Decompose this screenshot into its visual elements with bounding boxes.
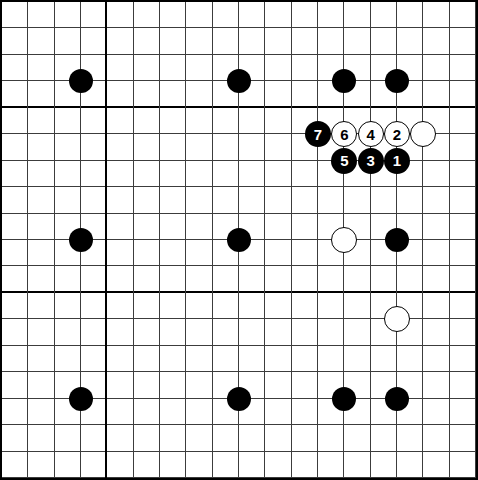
board-cell <box>423 372 449 398</box>
board-cell <box>186 55 212 81</box>
board-cell <box>423 2 449 28</box>
board-cell <box>239 161 265 187</box>
board-cell <box>423 293 449 319</box>
board-cell <box>2 134 28 160</box>
board-cell <box>28 319 54 345</box>
board-cell <box>344 293 370 319</box>
board-cell <box>423 187 449 213</box>
board-cell <box>28 81 54 107</box>
board-cell <box>186 108 212 134</box>
board-cell <box>423 81 449 107</box>
board-cell <box>160 319 186 345</box>
board-cell <box>55 266 81 292</box>
board-cell <box>134 399 160 425</box>
board-cell <box>2 319 28 345</box>
board-cell <box>423 161 449 187</box>
board-cell <box>450 346 476 372</box>
board-cell <box>28 346 54 372</box>
board-cell <box>423 240 449 266</box>
board-cell <box>81 161 107 187</box>
board-cell <box>186 161 212 187</box>
board-cell <box>2 214 28 240</box>
board-cell <box>450 240 476 266</box>
board-cell <box>2 372 28 398</box>
move-5-black-stone-o13: 5 <box>331 148 357 174</box>
board-cell <box>2 399 28 425</box>
board-cell <box>397 452 423 478</box>
white-stone-o10 <box>331 227 357 253</box>
board-cell <box>239 28 265 54</box>
board-cell <box>265 425 291 451</box>
black-stone-k16 <box>227 69 251 93</box>
board-cell <box>134 346 160 372</box>
board-cell <box>107 187 133 213</box>
board-cell <box>107 346 133 372</box>
board-cell <box>344 28 370 54</box>
board-cell <box>450 214 476 240</box>
board-cell <box>160 187 186 213</box>
board-cell <box>55 187 81 213</box>
board-cell <box>134 108 160 134</box>
board-cell <box>292 28 318 54</box>
board-cell <box>81 425 107 451</box>
move-3-black-stone-p13: 3 <box>358 148 384 174</box>
board-cell <box>265 214 291 240</box>
board-cell <box>423 266 449 292</box>
board-cell <box>2 28 28 54</box>
board-cell <box>344 452 370 478</box>
board-cell <box>371 266 397 292</box>
board-cell <box>186 399 212 425</box>
board-cell <box>160 2 186 28</box>
board-cell <box>265 372 291 398</box>
black-stone-d10 <box>69 228 93 252</box>
board-cell <box>239 266 265 292</box>
board-cell <box>292 214 318 240</box>
board-cell <box>160 108 186 134</box>
board-cell <box>28 372 54 398</box>
black-stone-q4 <box>385 387 409 411</box>
board-cell <box>450 319 476 345</box>
move-number: 3 <box>366 153 374 168</box>
board-cell <box>450 161 476 187</box>
board-cell <box>55 425 81 451</box>
board-cell <box>28 293 54 319</box>
board-cell <box>239 293 265 319</box>
board-cell <box>292 266 318 292</box>
board-cell <box>2 240 28 266</box>
move-number: 4 <box>366 127 374 142</box>
board-cell <box>423 214 449 240</box>
board-cell <box>160 55 186 81</box>
board-cell <box>239 319 265 345</box>
board-cell <box>265 28 291 54</box>
board-cell <box>450 266 476 292</box>
black-stone-k4 <box>227 387 251 411</box>
board-cell <box>160 425 186 451</box>
board-cell <box>134 187 160 213</box>
board-cell <box>213 319 239 345</box>
board-cell <box>160 240 186 266</box>
board-cell <box>450 425 476 451</box>
black-stone-o4 <box>332 387 356 411</box>
board-cell <box>318 452 344 478</box>
board-cell <box>160 134 186 160</box>
board-cell <box>186 293 212 319</box>
board-cell <box>450 55 476 81</box>
board-cell <box>186 2 212 28</box>
board-cell <box>107 452 133 478</box>
board-cell <box>134 28 160 54</box>
board-cell <box>371 425 397 451</box>
board-cell <box>213 2 239 28</box>
board-cell <box>2 108 28 134</box>
board-cell <box>397 2 423 28</box>
board-cell <box>28 2 54 28</box>
move-4-white-stone-p14: 4 <box>358 121 384 147</box>
board-cell <box>265 399 291 425</box>
board-cell <box>239 425 265 451</box>
board-cell <box>318 28 344 54</box>
board-cell <box>55 2 81 28</box>
go-board: 1234567 <box>0 0 478 480</box>
board-cell <box>423 319 449 345</box>
board-cell <box>397 266 423 292</box>
board-cell <box>318 266 344 292</box>
black-stone-q16 <box>385 69 409 93</box>
board-cell <box>239 452 265 478</box>
board-cell <box>397 346 423 372</box>
board-cell <box>292 293 318 319</box>
board-cell <box>186 81 212 107</box>
board-cell <box>107 319 133 345</box>
board-cell <box>292 55 318 81</box>
board-cell <box>134 266 160 292</box>
board-cell <box>371 346 397 372</box>
board-cell <box>239 2 265 28</box>
board-cell <box>265 108 291 134</box>
board-cell <box>265 134 291 160</box>
board-cell <box>134 81 160 107</box>
board-cell <box>81 28 107 54</box>
board-cell <box>186 240 212 266</box>
move-number: 2 <box>393 127 401 142</box>
board-cell <box>134 134 160 160</box>
board-cell <box>450 134 476 160</box>
board-cell <box>134 55 160 81</box>
board-cell <box>239 108 265 134</box>
board-cell <box>28 214 54 240</box>
black-stone-d16 <box>69 69 93 93</box>
board-cell <box>134 214 160 240</box>
board-cell <box>292 81 318 107</box>
board-cell <box>28 161 54 187</box>
board-cell <box>81 293 107 319</box>
board-cell <box>213 108 239 134</box>
board-cell <box>107 108 133 134</box>
board-cell <box>186 372 212 398</box>
board-cell <box>134 425 160 451</box>
board-cell <box>292 452 318 478</box>
board-cell <box>2 425 28 451</box>
board-cell <box>55 161 81 187</box>
board-cell <box>2 161 28 187</box>
board-cell <box>292 346 318 372</box>
board-cell <box>186 346 212 372</box>
board-cell <box>292 187 318 213</box>
board-cell <box>239 134 265 160</box>
board-cell <box>107 55 133 81</box>
board-cell <box>81 2 107 28</box>
board-cell <box>213 452 239 478</box>
board-cell <box>2 2 28 28</box>
board-cell <box>318 346 344 372</box>
board-cell <box>160 452 186 478</box>
board-cell <box>423 425 449 451</box>
board-cell <box>397 187 423 213</box>
board-cell <box>81 319 107 345</box>
board-cell <box>107 134 133 160</box>
board-cell <box>186 28 212 54</box>
board-cell <box>213 187 239 213</box>
board-cell <box>213 134 239 160</box>
board-cell <box>81 452 107 478</box>
board-cell <box>265 55 291 81</box>
board-cell <box>450 372 476 398</box>
board-cell <box>28 134 54 160</box>
board-cell <box>239 346 265 372</box>
board-cell <box>265 81 291 107</box>
board-cell <box>55 134 81 160</box>
board-cell <box>186 134 212 160</box>
board-cell <box>371 187 397 213</box>
move-number: 5 <box>340 153 348 168</box>
board-cell <box>423 399 449 425</box>
board-cell <box>107 214 133 240</box>
board-cell <box>2 346 28 372</box>
board-cell <box>371 28 397 54</box>
board-cell <box>265 266 291 292</box>
board-cell <box>213 346 239 372</box>
board-cell <box>28 266 54 292</box>
move-1-black-stone-q13: 1 <box>384 148 410 174</box>
board-cell <box>344 346 370 372</box>
black-stone-k10 <box>227 228 251 252</box>
board-cell <box>55 293 81 319</box>
board-cell <box>55 28 81 54</box>
board-cell <box>450 452 476 478</box>
board-cell <box>344 2 370 28</box>
board-cell <box>265 452 291 478</box>
board-cell <box>292 372 318 398</box>
board-cell <box>28 240 54 266</box>
board-cell <box>107 2 133 28</box>
board-cell <box>213 266 239 292</box>
board-cell <box>318 319 344 345</box>
board-cell <box>186 214 212 240</box>
board-cell <box>2 81 28 107</box>
board-cell <box>160 81 186 107</box>
board-cell <box>107 240 133 266</box>
board-cell <box>344 319 370 345</box>
board-cell <box>213 293 239 319</box>
black-stone-d4 <box>69 387 93 411</box>
board-cell <box>107 266 133 292</box>
board-cell <box>28 55 54 81</box>
board-cell <box>107 161 133 187</box>
board-cell <box>397 425 423 451</box>
board-cell <box>265 161 291 187</box>
board-cell <box>213 425 239 451</box>
move-number: 1 <box>393 153 401 168</box>
board-cell <box>292 399 318 425</box>
board-cell <box>423 28 449 54</box>
board-cell <box>2 187 28 213</box>
move-7-black-stone-n14: 7 <box>305 121 331 147</box>
board-cell <box>2 293 28 319</box>
board-cell <box>107 399 133 425</box>
board-cell <box>2 452 28 478</box>
board-cell <box>397 28 423 54</box>
board-cell <box>2 55 28 81</box>
black-stone-q10 <box>385 228 409 252</box>
white-stone-q7 <box>384 306 410 332</box>
board-cell <box>344 266 370 292</box>
board-cell <box>81 108 107 134</box>
board-cell <box>186 187 212 213</box>
board-cell <box>450 293 476 319</box>
board-cell <box>2 266 28 292</box>
board-cell <box>55 346 81 372</box>
move-number: 6 <box>340 127 348 142</box>
board-cell <box>450 108 476 134</box>
board-cell <box>134 319 160 345</box>
board-cell <box>160 372 186 398</box>
board-cell <box>134 293 160 319</box>
move-number: 7 <box>314 127 322 142</box>
board-cell <box>107 372 133 398</box>
board-cell <box>265 319 291 345</box>
board-cell <box>292 161 318 187</box>
board-cell <box>318 187 344 213</box>
board-cell <box>160 346 186 372</box>
board-cell <box>134 240 160 266</box>
board-cell <box>423 452 449 478</box>
board-cell <box>265 293 291 319</box>
board-cell <box>28 425 54 451</box>
board-cell <box>450 28 476 54</box>
board-cell <box>160 266 186 292</box>
board-cell <box>265 346 291 372</box>
board-cell <box>28 452 54 478</box>
board-cell <box>265 2 291 28</box>
board-cell <box>292 319 318 345</box>
board-cell <box>292 2 318 28</box>
board-cell <box>81 134 107 160</box>
board-cell <box>186 266 212 292</box>
board-cell <box>186 319 212 345</box>
board-cell <box>107 425 133 451</box>
black-stone-o16 <box>332 69 356 93</box>
board-cell <box>134 452 160 478</box>
board-cell <box>318 425 344 451</box>
board-cell <box>134 161 160 187</box>
board-cell <box>28 108 54 134</box>
board-cell <box>160 293 186 319</box>
board-cell <box>371 2 397 28</box>
board-cell <box>55 319 81 345</box>
board-cell <box>107 28 133 54</box>
board-cell <box>186 425 212 451</box>
board-cell <box>318 2 344 28</box>
board-cell <box>344 187 370 213</box>
board-cell <box>450 187 476 213</box>
board-cell <box>213 161 239 187</box>
board-cell <box>186 452 212 478</box>
board-cell <box>107 81 133 107</box>
board-cell <box>28 399 54 425</box>
move-2-white-stone-q14: 2 <box>384 121 410 147</box>
board-cell <box>134 2 160 28</box>
board-cell <box>450 81 476 107</box>
white-stone-r14 <box>410 121 436 147</box>
board-cell <box>318 293 344 319</box>
board-cell <box>160 161 186 187</box>
board-cell <box>81 187 107 213</box>
board-cell <box>371 452 397 478</box>
board-cell <box>292 240 318 266</box>
board-cell <box>28 187 54 213</box>
move-6-white-stone-o14: 6 <box>331 121 357 147</box>
board-cell <box>28 28 54 54</box>
board-cell <box>213 28 239 54</box>
board-cell <box>239 187 265 213</box>
board-cell <box>55 108 81 134</box>
board-cell <box>160 28 186 54</box>
board-cell <box>265 187 291 213</box>
board-cell <box>450 2 476 28</box>
board-cell <box>107 293 133 319</box>
board-cell <box>265 240 291 266</box>
board-cell <box>81 346 107 372</box>
board-cell <box>160 214 186 240</box>
board-cell <box>344 425 370 451</box>
board-cell <box>423 55 449 81</box>
board-cell <box>423 346 449 372</box>
board-cell <box>160 399 186 425</box>
board-cell <box>292 425 318 451</box>
board-cell <box>55 452 81 478</box>
board-cell <box>134 372 160 398</box>
board-cell <box>81 266 107 292</box>
board-cell <box>450 399 476 425</box>
